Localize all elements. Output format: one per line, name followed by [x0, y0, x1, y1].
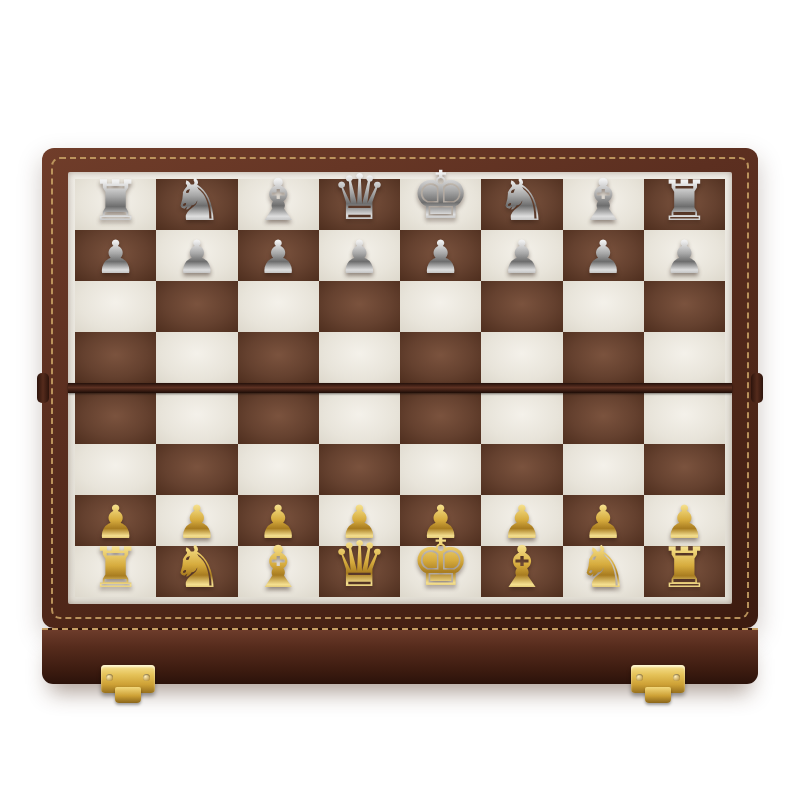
piece-gold-pawn: ♟: [258, 499, 299, 545]
square-b1: ♞: [156, 546, 237, 597]
piece-gold-knight: ♞: [171, 538, 223, 596]
square-g8: ♝: [563, 179, 644, 230]
square-a4: [75, 393, 156, 444]
square-e1: ♚: [400, 546, 481, 597]
square-f3: [481, 444, 562, 495]
square-b8: ♞: [156, 179, 237, 230]
square-b6: [156, 281, 237, 332]
square-c1: ♝: [238, 546, 319, 597]
square-e4: [400, 393, 481, 444]
piece-gold-pawn: ♟: [501, 499, 542, 545]
hinge-tab-left: [37, 373, 49, 403]
piece-silver-rook: ♜: [659, 173, 709, 229]
square-c4: [238, 393, 319, 444]
square-b5: [156, 332, 237, 383]
square-a5: [75, 332, 156, 383]
board-upper-half: ♜♞♝♛♚♞♝♜♟♟♟♟♟♟♟♟: [75, 179, 725, 383]
square-d7: ♟: [319, 230, 400, 281]
case-front-face: [42, 628, 758, 684]
square-e8: ♚: [400, 179, 481, 230]
board-fold-hinge: [68, 383, 732, 393]
square-d8: ♛: [319, 179, 400, 230]
square-h4: [644, 393, 725, 444]
square-h5: [644, 332, 725, 383]
square-e3: [400, 444, 481, 495]
piece-silver-king: ♚: [411, 163, 470, 229]
piece-silver-pawn: ♟: [339, 234, 380, 280]
piece-silver-knight: ♞: [171, 171, 223, 229]
clasp-screw-icon: [636, 674, 643, 681]
square-a3: [75, 444, 156, 495]
piece-gold-pawn: ♟: [176, 499, 217, 545]
piece-silver-knight: ♞: [496, 171, 548, 229]
product-photo-stage: ♜♞♝♛♚♞♝♜♟♟♟♟♟♟♟♟ ♟♟♟♟♟♟♟♟♜♞♝♛♚♝♞♜: [0, 0, 800, 800]
square-f7: ♟: [481, 230, 562, 281]
square-e7: ♟: [400, 230, 481, 281]
square-f2: ♟: [481, 495, 562, 546]
square-c7: ♟: [238, 230, 319, 281]
piece-gold-knight: ♞: [577, 538, 629, 596]
board-lower-half: ♟♟♟♟♟♟♟♟♜♞♝♛♚♝♞♜: [75, 393, 725, 597]
clasp-left: [101, 665, 155, 693]
square-g4: [563, 393, 644, 444]
square-a7: ♟: [75, 230, 156, 281]
square-d5: [319, 332, 400, 383]
folding-chess-case: ♜♞♝♛♚♞♝♜♟♟♟♟♟♟♟♟ ♟♟♟♟♟♟♟♟♜♞♝♛♚♝♞♜: [42, 148, 758, 684]
hinge-tab-right: [751, 373, 763, 403]
square-f5: [481, 332, 562, 383]
square-d2: ♟: [319, 495, 400, 546]
square-c6: [238, 281, 319, 332]
piece-silver-bishop: ♝: [577, 171, 629, 229]
square-b4: [156, 393, 237, 444]
case-lid-surface: ♜♞♝♛♚♞♝♜♟♟♟♟♟♟♟♟ ♟♟♟♟♟♟♟♟♜♞♝♛♚♝♞♜: [42, 148, 758, 628]
square-f8: ♞: [481, 179, 562, 230]
square-e5: [400, 332, 481, 383]
piece-gold-bishop: ♝: [496, 538, 548, 596]
square-a2: ♟: [75, 495, 156, 546]
piece-gold-pawn: ♟: [339, 499, 380, 545]
square-h3: [644, 444, 725, 495]
square-a8: ♜: [75, 179, 156, 230]
square-g1: ♞: [563, 546, 644, 597]
piece-silver-bishop: ♝: [252, 171, 304, 229]
clasp-tongue: [645, 687, 671, 703]
piece-silver-queen: ♛: [331, 166, 387, 229]
piece-silver-rook: ♜: [91, 173, 141, 229]
square-h2: ♟: [644, 495, 725, 546]
piece-gold-pawn: ♟: [583, 499, 624, 545]
square-c2: ♟: [238, 495, 319, 546]
square-a1: ♜: [75, 546, 156, 597]
square-a6: [75, 281, 156, 332]
square-b7: ♟: [156, 230, 237, 281]
clasp-screw-icon: [673, 674, 680, 681]
square-d1: ♛: [319, 546, 400, 597]
piece-gold-pawn: ♟: [420, 499, 461, 545]
square-c8: ♝: [238, 179, 319, 230]
square-g7: ♟: [563, 230, 644, 281]
square-b2: ♟: [156, 495, 237, 546]
clasp-tongue: [115, 687, 141, 703]
piece-silver-pawn: ♟: [258, 234, 299, 280]
piece-silver-pawn: ♟: [420, 234, 461, 280]
square-c5: [238, 332, 319, 383]
clasp-screw-icon: [143, 674, 150, 681]
square-d6: [319, 281, 400, 332]
square-f1: ♝: [481, 546, 562, 597]
square-h1: ♜: [644, 546, 725, 597]
piece-gold-rook: ♜: [91, 540, 141, 596]
square-e6: [400, 281, 481, 332]
square-f6: [481, 281, 562, 332]
piece-silver-pawn: ♟: [583, 234, 624, 280]
piece-silver-pawn: ♟: [501, 234, 542, 280]
square-g2: ♟: [563, 495, 644, 546]
clasp-right: [631, 665, 685, 693]
piece-silver-pawn: ♟: [176, 234, 217, 280]
piece-gold-rook: ♜: [659, 540, 709, 596]
square-d4: [319, 393, 400, 444]
square-h8: ♜: [644, 179, 725, 230]
square-g5: [563, 332, 644, 383]
square-h7: ♟: [644, 230, 725, 281]
piece-silver-pawn: ♟: [95, 234, 136, 280]
square-h6: [644, 281, 725, 332]
square-g6: [563, 281, 644, 332]
piece-silver-pawn: ♟: [664, 234, 705, 280]
square-d3: [319, 444, 400, 495]
square-b3: [156, 444, 237, 495]
clasp-screw-icon: [106, 674, 113, 681]
piece-gold-bishop: ♝: [252, 538, 304, 596]
piece-gold-pawn: ♟: [664, 499, 705, 545]
board-cream-margin: ♜♞♝♛♚♞♝♜♟♟♟♟♟♟♟♟ ♟♟♟♟♟♟♟♟♜♞♝♛♚♝♞♜: [68, 172, 732, 604]
square-g3: [563, 444, 644, 495]
square-c3: [238, 444, 319, 495]
square-f4: [481, 393, 562, 444]
square-e2: ♟: [400, 495, 481, 546]
piece-gold-pawn: ♟: [95, 499, 136, 545]
